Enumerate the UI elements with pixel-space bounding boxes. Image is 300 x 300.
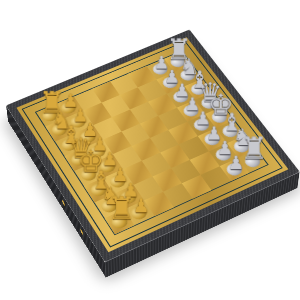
piece-gold-rook[interactable]: ♜ (107, 193, 135, 225)
piece-silver-rook[interactable]: ♜ (241, 133, 268, 163)
brass-rivet (80, 228, 83, 236)
brass-board-sheet: ♜♟♟♜♞♟♟♞♝♟♟♝♛♟♟♛♚♟♟♚♝♟♟♝♞♟♟♞♜♟♟♜ (16, 37, 288, 252)
chess-set-photo: ♜♟♟♜♞♟♟♞♝♟♟♝♛♟♟♛♚♟♟♚♝♟♟♝♞♟♟♞♜♟♟♜ (0, 0, 300, 300)
brass-rivet (62, 199, 65, 207)
board-tilt-wrapper: ♜♟♟♜♞♟♟♞♝♟♟♝♛♟♟♛♚♟♟♚♝♟♟♝♞♟♟♞♜♟♟♜ (6, 30, 300, 262)
square-h1[interactable]: ♜ (105, 209, 135, 234)
board-case: ♜♟♟♜♞♟♟♞♝♟♟♝♛♟♟♛♚♟♟♚♝♟♟♝♞♟♟♞♜♟♟♜ (6, 30, 300, 262)
piece-silver-pawn[interactable]: ♟ (228, 154, 244, 172)
